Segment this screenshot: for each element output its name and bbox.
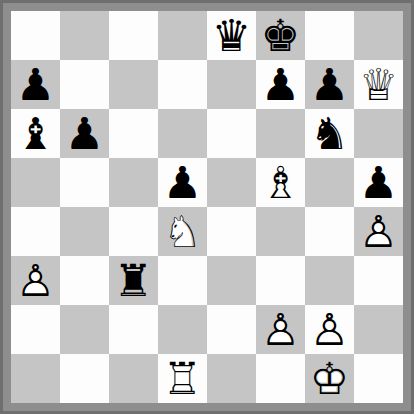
square-g6[interactable]: ♞ bbox=[305, 109, 354, 158]
square-f2[interactable]: ♟♙ bbox=[256, 305, 305, 354]
white-piece-outline: ♗ bbox=[256, 158, 305, 207]
square-b5[interactable] bbox=[60, 158, 109, 207]
white-pawn-piece[interactable]: ♟♙ bbox=[11, 256, 60, 305]
square-h4[interactable]: ♟♙ bbox=[354, 207, 403, 256]
square-e7[interactable] bbox=[207, 60, 256, 109]
square-b1[interactable] bbox=[60, 354, 109, 403]
white-pawn-piece[interactable]: ♟♙ bbox=[256, 305, 305, 354]
black-pawn-piece[interactable]: ♟ bbox=[158, 158, 207, 207]
square-h7[interactable]: ♛♕ bbox=[354, 60, 403, 109]
square-b6[interactable]: ♟ bbox=[60, 109, 109, 158]
white-pawn-piece[interactable]: ♟♙ bbox=[305, 305, 354, 354]
black-piece-glyph: ♝ bbox=[11, 109, 60, 158]
square-h3[interactable] bbox=[354, 256, 403, 305]
square-a7[interactable]: ♟ bbox=[11, 60, 60, 109]
square-a1[interactable] bbox=[11, 354, 60, 403]
square-c8[interactable] bbox=[109, 11, 158, 60]
black-pawn-piece[interactable]: ♟ bbox=[256, 60, 305, 109]
white-piece-outline: ♖ bbox=[158, 354, 207, 403]
square-e8[interactable]: ♛ bbox=[207, 11, 256, 60]
square-e1[interactable] bbox=[207, 354, 256, 403]
square-g1[interactable]: ♚♔ bbox=[305, 354, 354, 403]
white-king-piece[interactable]: ♚♔ bbox=[305, 354, 354, 403]
square-b2[interactable] bbox=[60, 305, 109, 354]
square-f3[interactable] bbox=[256, 256, 305, 305]
square-h6[interactable] bbox=[354, 109, 403, 158]
square-b3[interactable] bbox=[60, 256, 109, 305]
black-pawn-piece[interactable]: ♟ bbox=[354, 158, 403, 207]
square-c3[interactable]: ♜ bbox=[109, 256, 158, 305]
black-bishop-piece[interactable]: ♝ bbox=[11, 109, 60, 158]
square-c7[interactable] bbox=[109, 60, 158, 109]
square-e2[interactable] bbox=[207, 305, 256, 354]
black-piece-glyph: ♟ bbox=[60, 109, 109, 158]
square-a5[interactable] bbox=[11, 158, 60, 207]
black-knight-piece[interactable]: ♞ bbox=[305, 109, 354, 158]
square-c2[interactable] bbox=[109, 305, 158, 354]
square-c4[interactable] bbox=[109, 207, 158, 256]
black-piece-glyph: ♞ bbox=[305, 109, 354, 158]
square-g3[interactable] bbox=[305, 256, 354, 305]
chess-board: ♛♚♟♟♟♛♕♝♟♞♟♝♗♟♞♘♟♙♟♙♜♟♙♟♙♜♖♚♔ bbox=[11, 11, 403, 403]
square-c1[interactable] bbox=[109, 354, 158, 403]
square-e5[interactable] bbox=[207, 158, 256, 207]
square-b8[interactable] bbox=[60, 11, 109, 60]
square-d6[interactable] bbox=[158, 109, 207, 158]
square-f8[interactable]: ♚ bbox=[256, 11, 305, 60]
white-piece-outline: ♙ bbox=[11, 256, 60, 305]
white-piece-outline: ♙ bbox=[354, 207, 403, 256]
black-piece-glyph: ♟ bbox=[158, 158, 207, 207]
square-b4[interactable] bbox=[60, 207, 109, 256]
white-bishop-piece[interactable]: ♝♗ bbox=[256, 158, 305, 207]
square-f6[interactable] bbox=[256, 109, 305, 158]
square-h8[interactable] bbox=[354, 11, 403, 60]
square-g4[interactable] bbox=[305, 207, 354, 256]
square-h5[interactable]: ♟ bbox=[354, 158, 403, 207]
square-c6[interactable] bbox=[109, 109, 158, 158]
black-piece-glyph: ♟ bbox=[305, 60, 354, 109]
white-rook-piece[interactable]: ♜♖ bbox=[158, 354, 207, 403]
square-h1[interactable] bbox=[354, 354, 403, 403]
square-d4[interactable]: ♞♘ bbox=[158, 207, 207, 256]
black-king-piece[interactable]: ♚ bbox=[256, 11, 305, 60]
board-frame: ♛♚♟♟♟♛♕♝♟♞♟♝♗♟♞♘♟♙♟♙♜♟♙♟♙♜♖♚♔ bbox=[0, 0, 414, 414]
square-g8[interactable] bbox=[305, 11, 354, 60]
square-d5[interactable]: ♟ bbox=[158, 158, 207, 207]
square-e3[interactable] bbox=[207, 256, 256, 305]
square-d8[interactable] bbox=[158, 11, 207, 60]
square-f4[interactable] bbox=[256, 207, 305, 256]
white-piece-outline: ♔ bbox=[305, 354, 354, 403]
square-a8[interactable] bbox=[11, 11, 60, 60]
black-piece-glyph: ♟ bbox=[354, 158, 403, 207]
white-queen-piece[interactable]: ♛♕ bbox=[354, 60, 403, 109]
black-piece-glyph: ♚ bbox=[256, 11, 305, 60]
square-g2[interactable]: ♟♙ bbox=[305, 305, 354, 354]
black-pawn-piece[interactable]: ♟ bbox=[11, 60, 60, 109]
white-piece-outline: ♙ bbox=[305, 305, 354, 354]
black-pawn-piece[interactable]: ♟ bbox=[305, 60, 354, 109]
black-piece-glyph: ♛ bbox=[207, 11, 256, 60]
black-pawn-piece[interactable]: ♟ bbox=[60, 109, 109, 158]
black-piece-glyph: ♟ bbox=[11, 60, 60, 109]
square-e4[interactable] bbox=[207, 207, 256, 256]
square-d3[interactable] bbox=[158, 256, 207, 305]
square-h2[interactable] bbox=[354, 305, 403, 354]
square-d1[interactable]: ♜♖ bbox=[158, 354, 207, 403]
white-piece-outline: ♙ bbox=[256, 305, 305, 354]
square-f1[interactable] bbox=[256, 354, 305, 403]
square-a6[interactable]: ♝ bbox=[11, 109, 60, 158]
white-piece-outline: ♘ bbox=[158, 207, 207, 256]
square-g5[interactable] bbox=[305, 158, 354, 207]
white-knight-piece[interactable]: ♞♘ bbox=[158, 207, 207, 256]
square-a2[interactable] bbox=[11, 305, 60, 354]
black-queen-piece[interactable]: ♛ bbox=[207, 11, 256, 60]
white-piece-outline: ♕ bbox=[354, 60, 403, 109]
square-a3[interactable]: ♟♙ bbox=[11, 256, 60, 305]
square-f7[interactable]: ♟ bbox=[256, 60, 305, 109]
square-d7[interactable] bbox=[158, 60, 207, 109]
black-piece-glyph: ♜ bbox=[109, 256, 158, 305]
black-rook-piece[interactable]: ♜ bbox=[109, 256, 158, 305]
square-d2[interactable] bbox=[158, 305, 207, 354]
white-pawn-piece[interactable]: ♟♙ bbox=[354, 207, 403, 256]
black-piece-glyph: ♟ bbox=[256, 60, 305, 109]
square-c5[interactable] bbox=[109, 158, 158, 207]
square-b7[interactable] bbox=[60, 60, 109, 109]
square-f5[interactable]: ♝♗ bbox=[256, 158, 305, 207]
square-a4[interactable] bbox=[11, 207, 60, 256]
square-g7[interactable]: ♟ bbox=[305, 60, 354, 109]
square-e6[interactable] bbox=[207, 109, 256, 158]
